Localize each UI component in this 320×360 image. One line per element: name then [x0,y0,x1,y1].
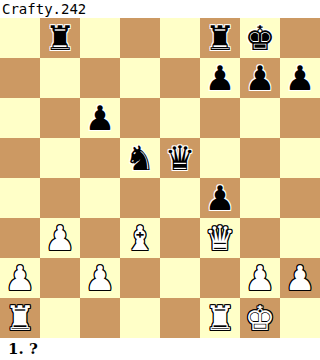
piece-black-pawn[interactable]: ♟ [285,58,315,98]
square-e3[interactable] [160,218,200,258]
square-c1[interactable] [80,298,120,338]
square-c4[interactable] [80,178,120,218]
square-c8[interactable] [80,18,120,58]
square-g5[interactable] [240,138,280,178]
square-h1[interactable] [280,298,320,338]
square-a1[interactable]: ♜ [0,298,40,338]
piece-white-pawn[interactable]: ♟ [245,258,275,298]
square-b1[interactable] [40,298,80,338]
square-b8[interactable]: ♜ [40,18,80,58]
window-titlebar: Crafty.242 [0,0,320,18]
piece-white-pawn[interactable]: ♟ [5,258,35,298]
square-e1[interactable] [160,298,200,338]
square-e6[interactable] [160,98,200,138]
square-g4[interactable] [240,178,280,218]
piece-white-pawn[interactable]: ♟ [45,218,75,258]
square-b3[interactable]: ♟ [40,218,80,258]
square-c5[interactable] [80,138,120,178]
square-g8[interactable]: ♚ [240,18,280,58]
piece-white-rook[interactable]: ♜ [205,298,235,338]
square-a6[interactable] [0,98,40,138]
square-e7[interactable] [160,58,200,98]
square-h4[interactable] [280,178,320,218]
move-prompt: 1. ? [0,340,38,358]
square-d2[interactable] [120,258,160,298]
square-h5[interactable] [280,138,320,178]
square-b5[interactable] [40,138,80,178]
square-b7[interactable] [40,58,80,98]
piece-black-rook[interactable]: ♜ [205,18,235,58]
square-c7[interactable] [80,58,120,98]
square-d6[interactable] [120,98,160,138]
square-f1[interactable]: ♜ [200,298,240,338]
piece-black-pawn[interactable]: ♟ [85,98,115,138]
square-a7[interactable] [0,58,40,98]
square-a8[interactable] [0,18,40,58]
square-e4[interactable] [160,178,200,218]
square-h3[interactable] [280,218,320,258]
piece-black-pawn[interactable]: ♟ [205,178,235,218]
piece-black-pawn[interactable]: ♟ [205,58,235,98]
square-f6[interactable] [200,98,240,138]
square-h2[interactable]: ♟ [280,258,320,298]
square-h7[interactable]: ♟ [280,58,320,98]
square-d4[interactable] [120,178,160,218]
square-d3[interactable]: ♝ [120,218,160,258]
square-g7[interactable]: ♟ [240,58,280,98]
square-f4[interactable]: ♟ [200,178,240,218]
window-title: Crafty.242 [0,1,86,17]
piece-black-rook[interactable]: ♜ [45,18,75,58]
square-h8[interactable] [280,18,320,58]
piece-white-pawn[interactable]: ♟ [85,258,115,298]
square-f8[interactable]: ♜ [200,18,240,58]
square-d1[interactable] [120,298,160,338]
piece-white-pawn[interactable]: ♟ [285,258,315,298]
square-b4[interactable] [40,178,80,218]
square-a4[interactable] [0,178,40,218]
square-e8[interactable] [160,18,200,58]
status-bar: 1. ? [0,338,320,360]
chess-board: ♜♜♚♟♟♟♟♞♛♟♟♝♛♟♟♟♟♜♜♚ [0,18,320,338]
square-h6[interactable] [280,98,320,138]
square-a3[interactable] [0,218,40,258]
piece-white-queen[interactable]: ♛ [205,218,235,258]
square-c6[interactable]: ♟ [80,98,120,138]
square-c3[interactable] [80,218,120,258]
piece-white-bishop[interactable]: ♝ [125,218,155,258]
piece-black-king[interactable]: ♚ [245,18,275,58]
square-e5[interactable]: ♛ [160,138,200,178]
square-g6[interactable] [240,98,280,138]
square-g1[interactable]: ♚ [240,298,280,338]
square-d8[interactable] [120,18,160,58]
square-f7[interactable]: ♟ [200,58,240,98]
square-d7[interactable] [120,58,160,98]
piece-black-knight[interactable]: ♞ [125,138,155,178]
square-e2[interactable] [160,258,200,298]
square-g3[interactable] [240,218,280,258]
square-d5[interactable]: ♞ [120,138,160,178]
square-a2[interactable]: ♟ [0,258,40,298]
square-f2[interactable] [200,258,240,298]
square-a5[interactable] [0,138,40,178]
square-b2[interactable] [40,258,80,298]
piece-white-rook[interactable]: ♜ [5,298,35,338]
square-c2[interactable]: ♟ [80,258,120,298]
square-g2[interactable]: ♟ [240,258,280,298]
piece-black-pawn[interactable]: ♟ [245,58,275,98]
square-f3[interactable]: ♛ [200,218,240,258]
square-b6[interactable] [40,98,80,138]
square-f5[interactable] [200,138,240,178]
piece-white-king[interactable]: ♚ [245,298,275,338]
piece-black-queen[interactable]: ♛ [165,138,195,178]
